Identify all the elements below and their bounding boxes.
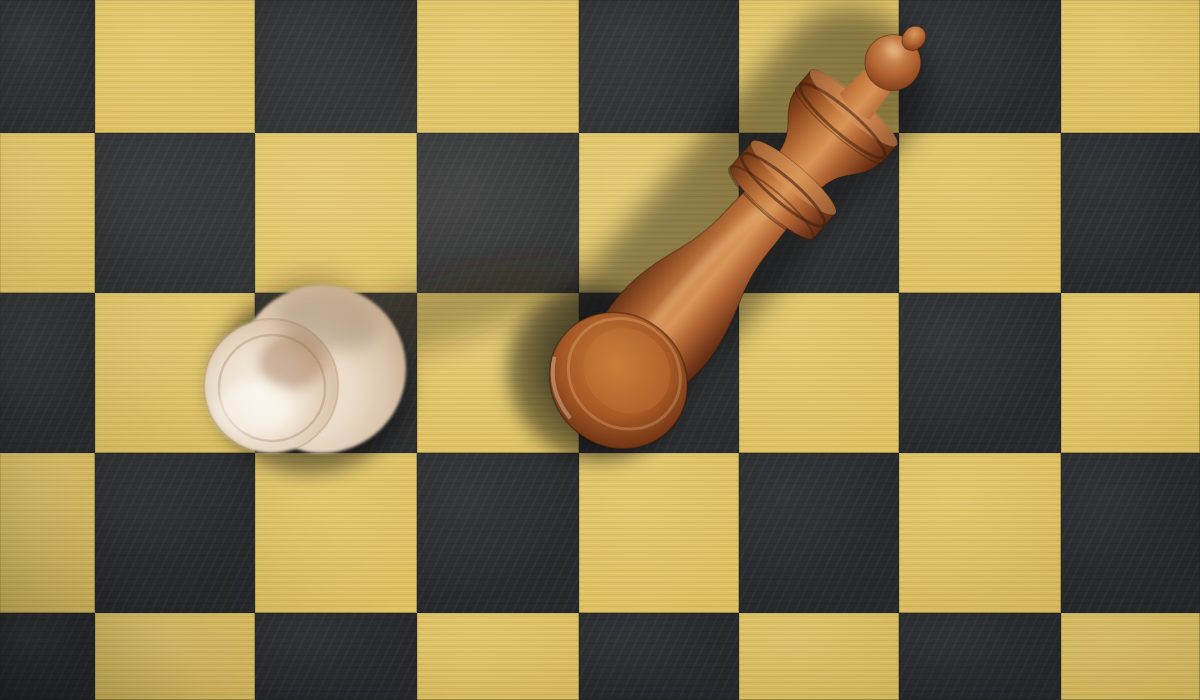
- chessboard-photo: [0, 0, 1200, 700]
- fallen-queen-piece: [472, 0, 976, 499]
- pawn-highlight: [215, 381, 295, 435]
- pieces-overlay: [0, 0, 1200, 700]
- white-pawn-piece: [204, 284, 410, 473]
